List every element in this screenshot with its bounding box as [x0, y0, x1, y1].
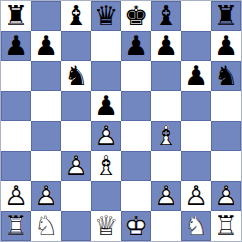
- square-b7[interactable]: ♟: [31, 31, 61, 61]
- square-c2[interactable]: [61, 181, 91, 211]
- square-b6[interactable]: [31, 61, 61, 91]
- black-pawn-glyph: ♟: [181, 61, 211, 91]
- square-f5[interactable]: [151, 91, 181, 121]
- piece-black-pawn: ♟: [91, 91, 121, 121]
- square-b2[interactable]: ♟♙: [31, 181, 61, 211]
- white-pawn-glyph: ♟: [91, 121, 121, 151]
- square-e8[interactable]: ♚: [121, 1, 151, 31]
- black-rook-glyph: ♜: [211, 1, 241, 31]
- black-pawn-glyph: ♟: [31, 31, 61, 61]
- square-f2[interactable]: ♟♙: [151, 181, 181, 211]
- square-d5[interactable]: ♟: [91, 91, 121, 121]
- square-h4[interactable]: [211, 121, 241, 151]
- black-knight-glyph: ♞: [211, 61, 241, 91]
- square-a7[interactable]: ♟: [1, 31, 31, 61]
- square-e3[interactable]: [121, 151, 151, 181]
- white-pawn-outline: ♙: [211, 181, 241, 211]
- square-f8[interactable]: ♝: [151, 1, 181, 31]
- square-b3[interactable]: [31, 151, 61, 181]
- black-rook-glyph: ♜: [1, 1, 31, 31]
- white-king-glyph: ♚: [121, 211, 151, 241]
- white-rook-glyph: ♜: [1, 211, 31, 241]
- white-bishop-glyph: ♝: [151, 121, 181, 151]
- piece-white-pawn: ♟♙: [211, 181, 241, 211]
- white-pawn-glyph: ♟: [211, 181, 241, 211]
- white-queen-outline: ♕: [91, 211, 121, 241]
- square-g1[interactable]: ♞♘: [181, 211, 211, 241]
- piece-white-rook: ♜♖: [211, 211, 241, 241]
- piece-white-knight: ♞♘: [181, 211, 211, 241]
- square-h1[interactable]: ♜♖: [211, 211, 241, 241]
- square-h3[interactable]: [211, 151, 241, 181]
- white-rook-outline: ♖: [1, 211, 31, 241]
- white-pawn-outline: ♙: [61, 151, 91, 181]
- white-rook-outline: ♖: [211, 211, 241, 241]
- square-g3[interactable]: [181, 151, 211, 181]
- square-d8[interactable]: ♛: [91, 1, 121, 31]
- square-h7[interactable]: ♟: [211, 31, 241, 61]
- chess-board-container: ♜♝♛♚♝♜♟♟♟♟♟♞♟♞♟♟♙♝♗♟♙♝♗♟♙♟♙♟♙♟♙♟♙♜♖♞♘♛♕♚…: [0, 0, 242, 242]
- piece-black-bishop: ♝: [61, 1, 91, 31]
- piece-white-pawn: ♟♙: [181, 181, 211, 211]
- square-a5[interactable]: [1, 91, 31, 121]
- square-e7[interactable]: ♟: [121, 31, 151, 61]
- square-e1[interactable]: ♚♔: [121, 211, 151, 241]
- square-d7[interactable]: [91, 31, 121, 61]
- white-knight-outline: ♘: [181, 211, 211, 241]
- square-f1[interactable]: [151, 211, 181, 241]
- white-knight-glyph: ♞: [181, 211, 211, 241]
- black-pawn-glyph: ♟: [151, 31, 181, 61]
- piece-black-pawn: ♟: [31, 31, 61, 61]
- square-c4[interactable]: [61, 121, 91, 151]
- white-king-outline: ♔: [121, 211, 151, 241]
- white-pawn-glyph: ♟: [31, 181, 61, 211]
- black-pawn-glyph: ♟: [91, 91, 121, 121]
- white-pawn-outline: ♙: [151, 181, 181, 211]
- square-g8[interactable]: [181, 1, 211, 31]
- white-bishop-outline: ♗: [91, 151, 121, 181]
- black-bishop-glyph: ♝: [61, 1, 91, 31]
- square-d4[interactable]: ♟♙: [91, 121, 121, 151]
- piece-white-bishop: ♝♗: [151, 121, 181, 151]
- square-g7[interactable]: [181, 31, 211, 61]
- square-f4[interactable]: ♝♗: [151, 121, 181, 151]
- square-b5[interactable]: [31, 91, 61, 121]
- black-pawn-glyph: ♟: [121, 31, 151, 61]
- piece-black-knight: ♞: [61, 61, 91, 91]
- square-e5[interactable]: [121, 91, 151, 121]
- square-d3[interactable]: ♝♗: [91, 151, 121, 181]
- piece-black-rook: ♜: [1, 1, 31, 31]
- square-h5[interactable]: [211, 91, 241, 121]
- square-a6[interactable]: [1, 61, 31, 91]
- piece-black-pawn: ♟: [181, 61, 211, 91]
- white-knight-outline: ♘: [31, 211, 61, 241]
- piece-black-pawn: ♟: [121, 31, 151, 61]
- square-c7[interactable]: [61, 31, 91, 61]
- black-king-glyph: ♚: [121, 1, 151, 31]
- black-pawn-glyph: ♟: [211, 31, 241, 61]
- square-h2[interactable]: ♟♙: [211, 181, 241, 211]
- square-b1[interactable]: ♞♘: [31, 211, 61, 241]
- piece-white-bishop: ♝♗: [91, 151, 121, 181]
- square-g2[interactable]: ♟♙: [181, 181, 211, 211]
- piece-white-pawn: ♟♙: [151, 181, 181, 211]
- square-e6[interactable]: [121, 61, 151, 91]
- square-c3[interactable]: ♟♙: [61, 151, 91, 181]
- square-a2[interactable]: ♟♙: [1, 181, 31, 211]
- piece-white-pawn: ♟♙: [61, 151, 91, 181]
- square-f6[interactable]: [151, 61, 181, 91]
- square-h8[interactable]: ♜: [211, 1, 241, 31]
- piece-black-rook: ♜: [211, 1, 241, 31]
- black-bishop-glyph: ♝: [151, 1, 181, 31]
- white-rook-glyph: ♜: [211, 211, 241, 241]
- square-f7[interactable]: ♟: [151, 31, 181, 61]
- white-pawn-glyph: ♟: [151, 181, 181, 211]
- square-a3[interactable]: [1, 151, 31, 181]
- square-e4[interactable]: [121, 121, 151, 151]
- square-a8[interactable]: ♜: [1, 1, 31, 31]
- chess-board: ♜♝♛♚♝♜♟♟♟♟♟♞♟♞♟♟♙♝♗♟♙♝♗♟♙♟♙♟♙♟♙♟♙♜♖♞♘♛♕♚…: [0, 0, 242, 242]
- white-pawn-outline: ♙: [181, 181, 211, 211]
- piece-black-pawn: ♟: [211, 31, 241, 61]
- square-c1[interactable]: [61, 211, 91, 241]
- square-a4[interactable]: [1, 121, 31, 151]
- piece-white-rook: ♜♖: [1, 211, 31, 241]
- square-c5[interactable]: [61, 91, 91, 121]
- square-d1[interactable]: ♛♕: [91, 211, 121, 241]
- black-knight-glyph: ♞: [61, 61, 91, 91]
- piece-black-pawn: ♟: [151, 31, 181, 61]
- white-pawn-glyph: ♟: [61, 151, 91, 181]
- square-c8[interactable]: ♝: [61, 1, 91, 31]
- white-pawn-outline: ♙: [1, 181, 31, 211]
- piece-white-queen: ♛♕: [91, 211, 121, 241]
- white-queen-glyph: ♛: [91, 211, 121, 241]
- piece-white-pawn: ♟♙: [31, 181, 61, 211]
- square-g5[interactable]: [181, 91, 211, 121]
- white-pawn-glyph: ♟: [181, 181, 211, 211]
- piece-black-knight: ♞: [211, 61, 241, 91]
- piece-white-knight: ♞♘: [31, 211, 61, 241]
- white-pawn-glyph: ♟: [1, 181, 31, 211]
- white-bishop-outline: ♗: [151, 121, 181, 151]
- piece-white-pawn: ♟♙: [1, 181, 31, 211]
- black-queen-glyph: ♛: [91, 1, 121, 31]
- square-b4[interactable]: [31, 121, 61, 151]
- white-pawn-outline: ♙: [31, 181, 61, 211]
- square-c6[interactable]: ♞: [61, 61, 91, 91]
- square-d2[interactable]: [91, 181, 121, 211]
- piece-white-king: ♚♔: [121, 211, 151, 241]
- white-pawn-outline: ♙: [91, 121, 121, 151]
- piece-black-pawn: ♟: [1, 31, 31, 61]
- square-h6[interactable]: ♞: [211, 61, 241, 91]
- white-knight-glyph: ♞: [31, 211, 61, 241]
- piece-white-pawn: ♟♙: [91, 121, 121, 151]
- square-d6[interactable]: [91, 61, 121, 91]
- square-f3[interactable]: [151, 151, 181, 181]
- square-g6[interactable]: ♟: [181, 61, 211, 91]
- piece-black-queen: ♛: [91, 1, 121, 31]
- black-pawn-glyph: ♟: [1, 31, 31, 61]
- piece-black-king: ♚: [121, 1, 151, 31]
- square-a1[interactable]: ♜♖: [1, 211, 31, 241]
- piece-black-bishop: ♝: [151, 1, 181, 31]
- square-g4[interactable]: [181, 121, 211, 151]
- square-e2[interactable]: [121, 181, 151, 211]
- white-bishop-glyph: ♝: [91, 151, 121, 181]
- square-b8[interactable]: [31, 1, 61, 31]
